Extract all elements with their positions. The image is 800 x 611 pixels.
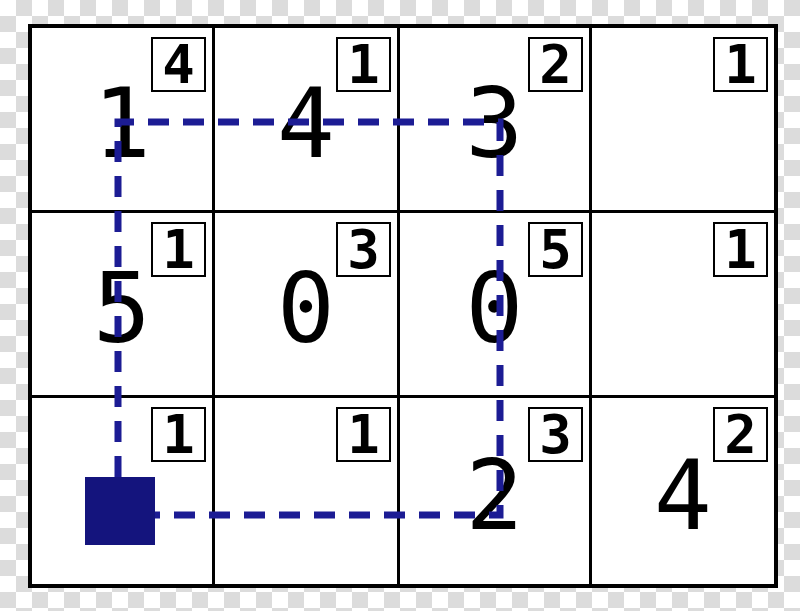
value-r2c3: 4: [592, 403, 774, 589]
value-r0c2: 3: [400, 33, 589, 215]
cell-r0c0: 4 1: [32, 28, 215, 213]
cell-r2c0-start: 1: [32, 398, 215, 584]
cell-r2c3: 2 4: [592, 398, 774, 584]
value-r0c0: 1: [32, 33, 212, 215]
puzzle-image: 4 1 1 4 2 3 1 1 5 3 0: [0, 0, 800, 611]
cell-r0c1: 1 4: [215, 28, 400, 213]
value-r1c0: 5: [32, 218, 212, 400]
puzzle-board: 4 1 1 4 2 3 1 1 5 3 0: [28, 24, 778, 588]
cell-r1c1: 3 0: [215, 213, 400, 398]
cell-r1c0: 1 5: [32, 213, 215, 398]
value-r1c3: [592, 218, 774, 400]
puzzle-grid: 4 1 1 4 2 3 1 1 5 3 0: [32, 28, 774, 584]
cell-r0c3: 1: [592, 28, 774, 213]
cell-r1c2: 5 0: [400, 213, 592, 398]
cell-r2c2: 3 2: [400, 398, 592, 584]
value-r2c0: [32, 403, 212, 589]
value-r2c2: 2: [400, 403, 589, 589]
cell-r0c2: 2 3: [400, 28, 592, 213]
value-r1c1: 0: [215, 218, 397, 400]
value-r1c2: 0: [400, 218, 589, 400]
value-r0c3: [592, 33, 774, 215]
cell-r2c1: 1: [215, 398, 400, 584]
value-r0c1: 4: [215, 33, 397, 215]
cell-r1c3: 1: [592, 213, 774, 398]
value-r2c1: [215, 403, 397, 589]
